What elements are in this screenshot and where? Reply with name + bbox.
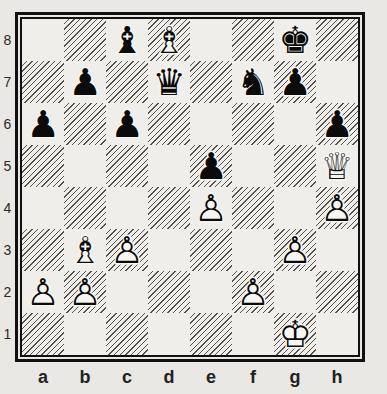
square-b6[interactable]: [64, 103, 106, 145]
square-h3[interactable]: [316, 229, 358, 271]
square-a8[interactable]: [22, 19, 64, 61]
square-h2[interactable]: [316, 271, 358, 313]
square-d7[interactable]: ♛♛: [148, 61, 190, 103]
piece-white-queen-h5[interactable]: ♛♕: [316, 145, 358, 187]
square-e7[interactable]: [190, 61, 232, 103]
square-g4[interactable]: [274, 187, 316, 229]
square-b1[interactable]: [64, 313, 106, 355]
piece-glyph: ♝: [106, 19, 148, 61]
square-f2[interactable]: ♟♙: [232, 271, 274, 313]
square-g2[interactable]: [274, 271, 316, 313]
square-g6[interactable]: [274, 103, 316, 145]
square-g5[interactable]: [274, 145, 316, 187]
square-h5[interactable]: ♛♕: [316, 145, 358, 187]
rank-label-5: 5: [0, 145, 15, 187]
piece-white-pawn-b2[interactable]: ♟♙: [64, 271, 106, 313]
piece-white-pawn-a2[interactable]: ♟♙: [22, 271, 64, 313]
square-f7[interactable]: ♞♞: [232, 61, 274, 103]
file-label-a: a: [22, 363, 64, 391]
rank-label-1: 1: [0, 313, 15, 355]
piece-glyph: ♙: [106, 229, 148, 271]
square-c6[interactable]: ♟♟: [106, 103, 148, 145]
square-c3[interactable]: ♟♙: [106, 229, 148, 271]
file-label-f: f: [232, 363, 274, 391]
piece-black-pawn-h6[interactable]: ♟♟: [316, 103, 358, 145]
square-e1[interactable]: [190, 313, 232, 355]
piece-glyph: ♔: [274, 313, 316, 355]
square-c4[interactable]: [106, 187, 148, 229]
square-e4[interactable]: ♟♙: [190, 187, 232, 229]
piece-black-pawn-c6[interactable]: ♟♟: [106, 103, 148, 145]
rank-label-2: 2: [0, 271, 15, 313]
piece-glyph: ♗: [64, 229, 106, 271]
file-label-g: g: [274, 363, 316, 391]
file-label-h: h: [316, 363, 358, 391]
square-h7[interactable]: [316, 61, 358, 103]
square-b5[interactable]: [64, 145, 106, 187]
piece-halo: ♝: [148, 19, 190, 61]
square-a5[interactable]: [22, 145, 64, 187]
square-b4[interactable]: [64, 187, 106, 229]
square-a7[interactable]: [22, 61, 64, 103]
square-a2[interactable]: ♟♙: [22, 271, 64, 313]
square-f5[interactable]: [232, 145, 274, 187]
square-a1[interactable]: [22, 313, 64, 355]
square-h8[interactable]: [316, 19, 358, 61]
square-c2[interactable]: [106, 271, 148, 313]
rank-label-7: 7: [0, 61, 15, 103]
piece-glyph: ♗: [148, 19, 190, 61]
piece-halo: ♞: [232, 61, 274, 103]
piece-white-pawn-e4[interactable]: ♟♙: [190, 187, 232, 229]
square-f8[interactable]: [232, 19, 274, 61]
square-e5[interactable]: ♟♟: [190, 145, 232, 187]
square-h1[interactable]: [316, 313, 358, 355]
file-label-e: e: [190, 363, 232, 391]
square-h4[interactable]: ♟♙: [316, 187, 358, 229]
square-b2[interactable]: ♟♙: [64, 271, 106, 313]
piece-black-king-g8[interactable]: ♚♚: [274, 19, 316, 61]
piece-halo: ♟: [274, 61, 316, 103]
piece-black-knight-f7[interactable]: ♞♞: [232, 61, 274, 103]
square-g3[interactable]: ♟♙: [274, 229, 316, 271]
square-a4[interactable]: [22, 187, 64, 229]
piece-black-pawn-a6[interactable]: ♟♟: [22, 103, 64, 145]
piece-halo: ♟: [190, 145, 232, 187]
chess-board: ♝♝♝♗♚♚♟♟♛♛♞♞♟♟♟♟♟♟♟♟♟♟♛♕♟♙♟♙♝♗♟♙♟♙♟♙♟♙♟♙…: [22, 19, 358, 355]
piece-halo: ♝: [64, 229, 106, 271]
file-label-b: b: [64, 363, 106, 391]
square-d2[interactable]: [148, 271, 190, 313]
square-f6[interactable]: [232, 103, 274, 145]
piece-glyph: ♟: [64, 61, 106, 103]
piece-halo: ♟: [106, 103, 148, 145]
square-d4[interactable]: [148, 187, 190, 229]
piece-glyph: ♙: [232, 271, 274, 313]
square-f1[interactable]: [232, 313, 274, 355]
piece-halo: ♟: [316, 187, 358, 229]
square-c1[interactable]: [106, 313, 148, 355]
piece-halo: ♚: [274, 19, 316, 61]
piece-glyph: ♚: [274, 19, 316, 61]
piece-glyph: ♕: [316, 145, 358, 187]
piece-white-bishop-d8[interactable]: ♝♗: [148, 19, 190, 61]
square-b3[interactable]: ♝♗: [64, 229, 106, 271]
square-e3[interactable]: [190, 229, 232, 271]
piece-white-king-g1[interactable]: ♚♔: [274, 313, 316, 355]
board-border: ♝♝♝♗♚♚♟♟♛♛♞♞♟♟♟♟♟♟♟♟♟♟♛♕♟♙♟♙♝♗♟♙♟♙♟♙♟♙♟♙…: [20, 17, 360, 357]
piece-halo: ♛: [316, 145, 358, 187]
piece-glyph: ♟: [316, 103, 358, 145]
square-e8[interactable]: [190, 19, 232, 61]
piece-glyph: ♟: [190, 145, 232, 187]
piece-black-queen-d7[interactable]: ♛♛: [148, 61, 190, 103]
piece-white-bishop-b3[interactable]: ♝♗: [64, 229, 106, 271]
piece-glyph: ♙: [274, 229, 316, 271]
square-a6[interactable]: ♟♟: [22, 103, 64, 145]
piece-glyph: ♙: [64, 271, 106, 313]
board-frame: ♝♝♝♗♚♚♟♟♛♛♞♞♟♟♟♟♟♟♟♟♟♟♛♕♟♙♟♙♝♗♟♙♟♙♟♙♟♙♟♙…: [15, 12, 365, 362]
piece-halo: ♟: [22, 271, 64, 313]
piece-halo: ♝: [106, 19, 148, 61]
piece-halo: ♟: [64, 61, 106, 103]
square-d1[interactable]: [148, 313, 190, 355]
square-d3[interactable]: [148, 229, 190, 271]
square-f4[interactable]: [232, 187, 274, 229]
piece-halo: ♟: [106, 229, 148, 271]
square-e2[interactable]: [190, 271, 232, 313]
square-c5[interactable]: [106, 145, 148, 187]
piece-glyph: ♟: [106, 103, 148, 145]
square-b8[interactable]: [64, 19, 106, 61]
piece-halo: ♟: [274, 229, 316, 271]
rank-label-4: 4: [0, 187, 15, 229]
square-d8[interactable]: ♝♗: [148, 19, 190, 61]
square-d6[interactable]: [148, 103, 190, 145]
square-g1[interactable]: ♚♔: [274, 313, 316, 355]
square-c8[interactable]: ♝♝: [106, 19, 148, 61]
piece-glyph: ♞: [232, 61, 274, 103]
square-h6[interactable]: ♟♟: [316, 103, 358, 145]
chess-diagram: 87654321 ♝♝♝♗♚♚♟♟♛♛♞♞♟♟♟♟♟♟♟♟♟♟♛♕♟♙♟♙♝♗♟…: [0, 0, 387, 394]
square-d5[interactable]: [148, 145, 190, 187]
piece-glyph: ♙: [190, 187, 232, 229]
square-g7[interactable]: ♟♟: [274, 61, 316, 103]
rank-label-3: 3: [0, 229, 15, 271]
square-c7[interactable]: [106, 61, 148, 103]
piece-black-pawn-e5[interactable]: ♟♟: [190, 145, 232, 187]
piece-halo: ♟: [64, 271, 106, 313]
piece-halo: ♟: [316, 103, 358, 145]
piece-halo: ♚: [274, 313, 316, 355]
piece-white-pawn-g3[interactable]: ♟♙: [274, 229, 316, 271]
piece-white-pawn-c3[interactable]: ♟♙: [106, 229, 148, 271]
piece-glyph: ♛: [148, 61, 190, 103]
file-label-c: c: [106, 363, 148, 391]
rank-labels: 87654321: [0, 19, 15, 355]
piece-halo: ♟: [190, 187, 232, 229]
piece-glyph: ♟: [22, 103, 64, 145]
piece-glyph: ♟: [274, 61, 316, 103]
square-g8[interactable]: ♚♚: [274, 19, 316, 61]
piece-glyph: ♙: [22, 271, 64, 313]
file-label-d: d: [148, 363, 190, 391]
square-b7[interactable]: ♟♟: [64, 61, 106, 103]
square-f3[interactable]: [232, 229, 274, 271]
square-a3[interactable]: [22, 229, 64, 271]
rank-label-8: 8: [0, 19, 15, 61]
square-e6[interactable]: [190, 103, 232, 145]
piece-halo: ♛: [148, 61, 190, 103]
piece-halo: ♟: [232, 271, 274, 313]
rank-label-6: 6: [0, 103, 15, 145]
piece-white-pawn-f2[interactable]: ♟♙: [232, 271, 274, 313]
file-labels: abcdefgh: [22, 363, 358, 391]
piece-black-pawn-g7[interactable]: ♟♟: [274, 61, 316, 103]
piece-black-pawn-b7[interactable]: ♟♟: [64, 61, 106, 103]
piece-glyph: ♙: [316, 187, 358, 229]
piece-black-bishop-c8[interactable]: ♝♝: [106, 19, 148, 61]
piece-halo: ♟: [22, 103, 64, 145]
piece-white-pawn-h4[interactable]: ♟♙: [316, 187, 358, 229]
